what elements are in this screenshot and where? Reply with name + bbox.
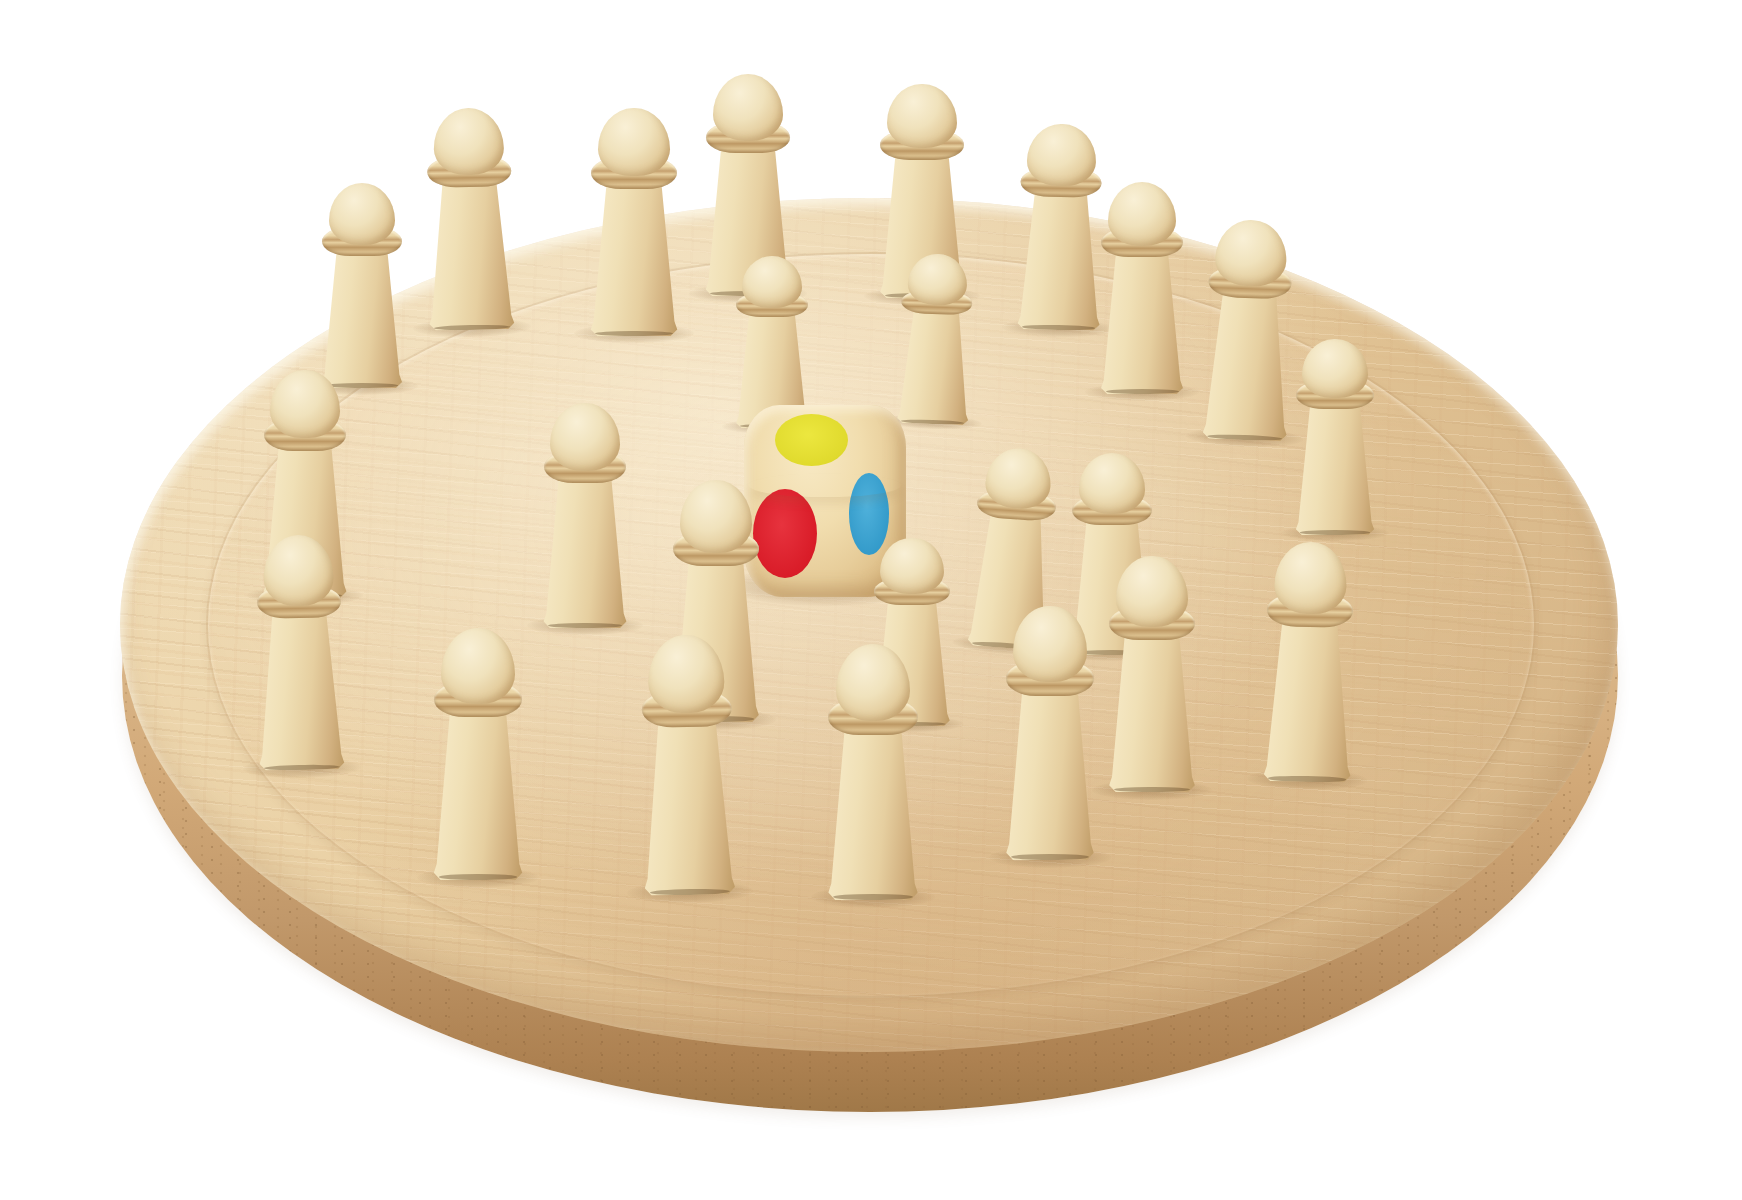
pawn-outer-12[interactable] [1003,606,1098,860]
pawn-outer-10[interactable] [1260,541,1358,783]
pawn-body [430,699,526,880]
pawn-head [1013,606,1086,682]
pawn-head [742,256,802,308]
pawn-head [1214,219,1286,287]
pawn-head [983,446,1052,510]
pawn-head [1079,453,1146,514]
pawn-body [1014,181,1106,331]
pawn-body [1293,394,1378,535]
pieces-layer [0,0,1742,1200]
pawn-head [1116,556,1188,627]
pawn-outer-13[interactable] [825,644,922,900]
pawn-body [894,300,975,425]
pawn-body [423,169,518,330]
pawn-head [907,253,968,306]
die-face-yellow-dot [775,414,848,466]
pawn-body [1199,280,1295,441]
pawn-head [598,108,670,176]
die-face-red-dot [753,489,817,578]
pawn-body [1260,608,1357,782]
pawn-outer-3[interactable] [587,108,681,336]
pawn-head [262,534,334,606]
pawn-outer-1[interactable] [319,183,406,388]
pawn-head [1302,339,1367,398]
pawn-outer-14[interactable] [636,634,739,896]
pawn-inner-18[interactable] [733,256,811,428]
pawn-head [1274,541,1348,614]
pawn-head [836,644,911,721]
pawn-body [1098,241,1187,394]
pawn-head [329,183,396,245]
pawn-body [638,707,739,896]
pawn-outer-8[interactable] [1199,219,1298,442]
pawn-outer-16[interactable] [252,534,348,771]
pawn-outer-6[interactable] [1014,123,1107,331]
pawn-inner-19[interactable] [894,253,977,426]
pawn-head [1108,182,1177,246]
pawn-head [441,628,515,704]
pawn-body [540,466,630,628]
pawn-head [550,403,619,471]
pawn-outer-11[interactable] [1106,556,1199,792]
pawn-head [1026,123,1096,186]
pawn-body [1106,622,1199,792]
pawn-outer-15[interactable] [430,628,526,880]
pawn-outer-9[interactable] [1293,339,1378,535]
pawn-head [680,480,752,553]
pawn-head [433,107,505,175]
pawn-head [880,538,943,594]
pawn-head [713,74,784,141]
pawn-body [319,240,406,388]
pawn-head [648,634,725,713]
pawn-body [587,172,681,336]
pawn-inner-23[interactable] [540,403,630,628]
pawn-body [253,600,348,771]
pawn-outer-2[interactable] [422,107,518,331]
pawn-head [270,370,339,438]
product-photo-stage [0,0,1742,1200]
pawn-body [1003,677,1098,860]
pawn-head [887,84,957,148]
pawn-body [825,716,922,900]
pawn-outer-7[interactable] [1098,182,1187,394]
